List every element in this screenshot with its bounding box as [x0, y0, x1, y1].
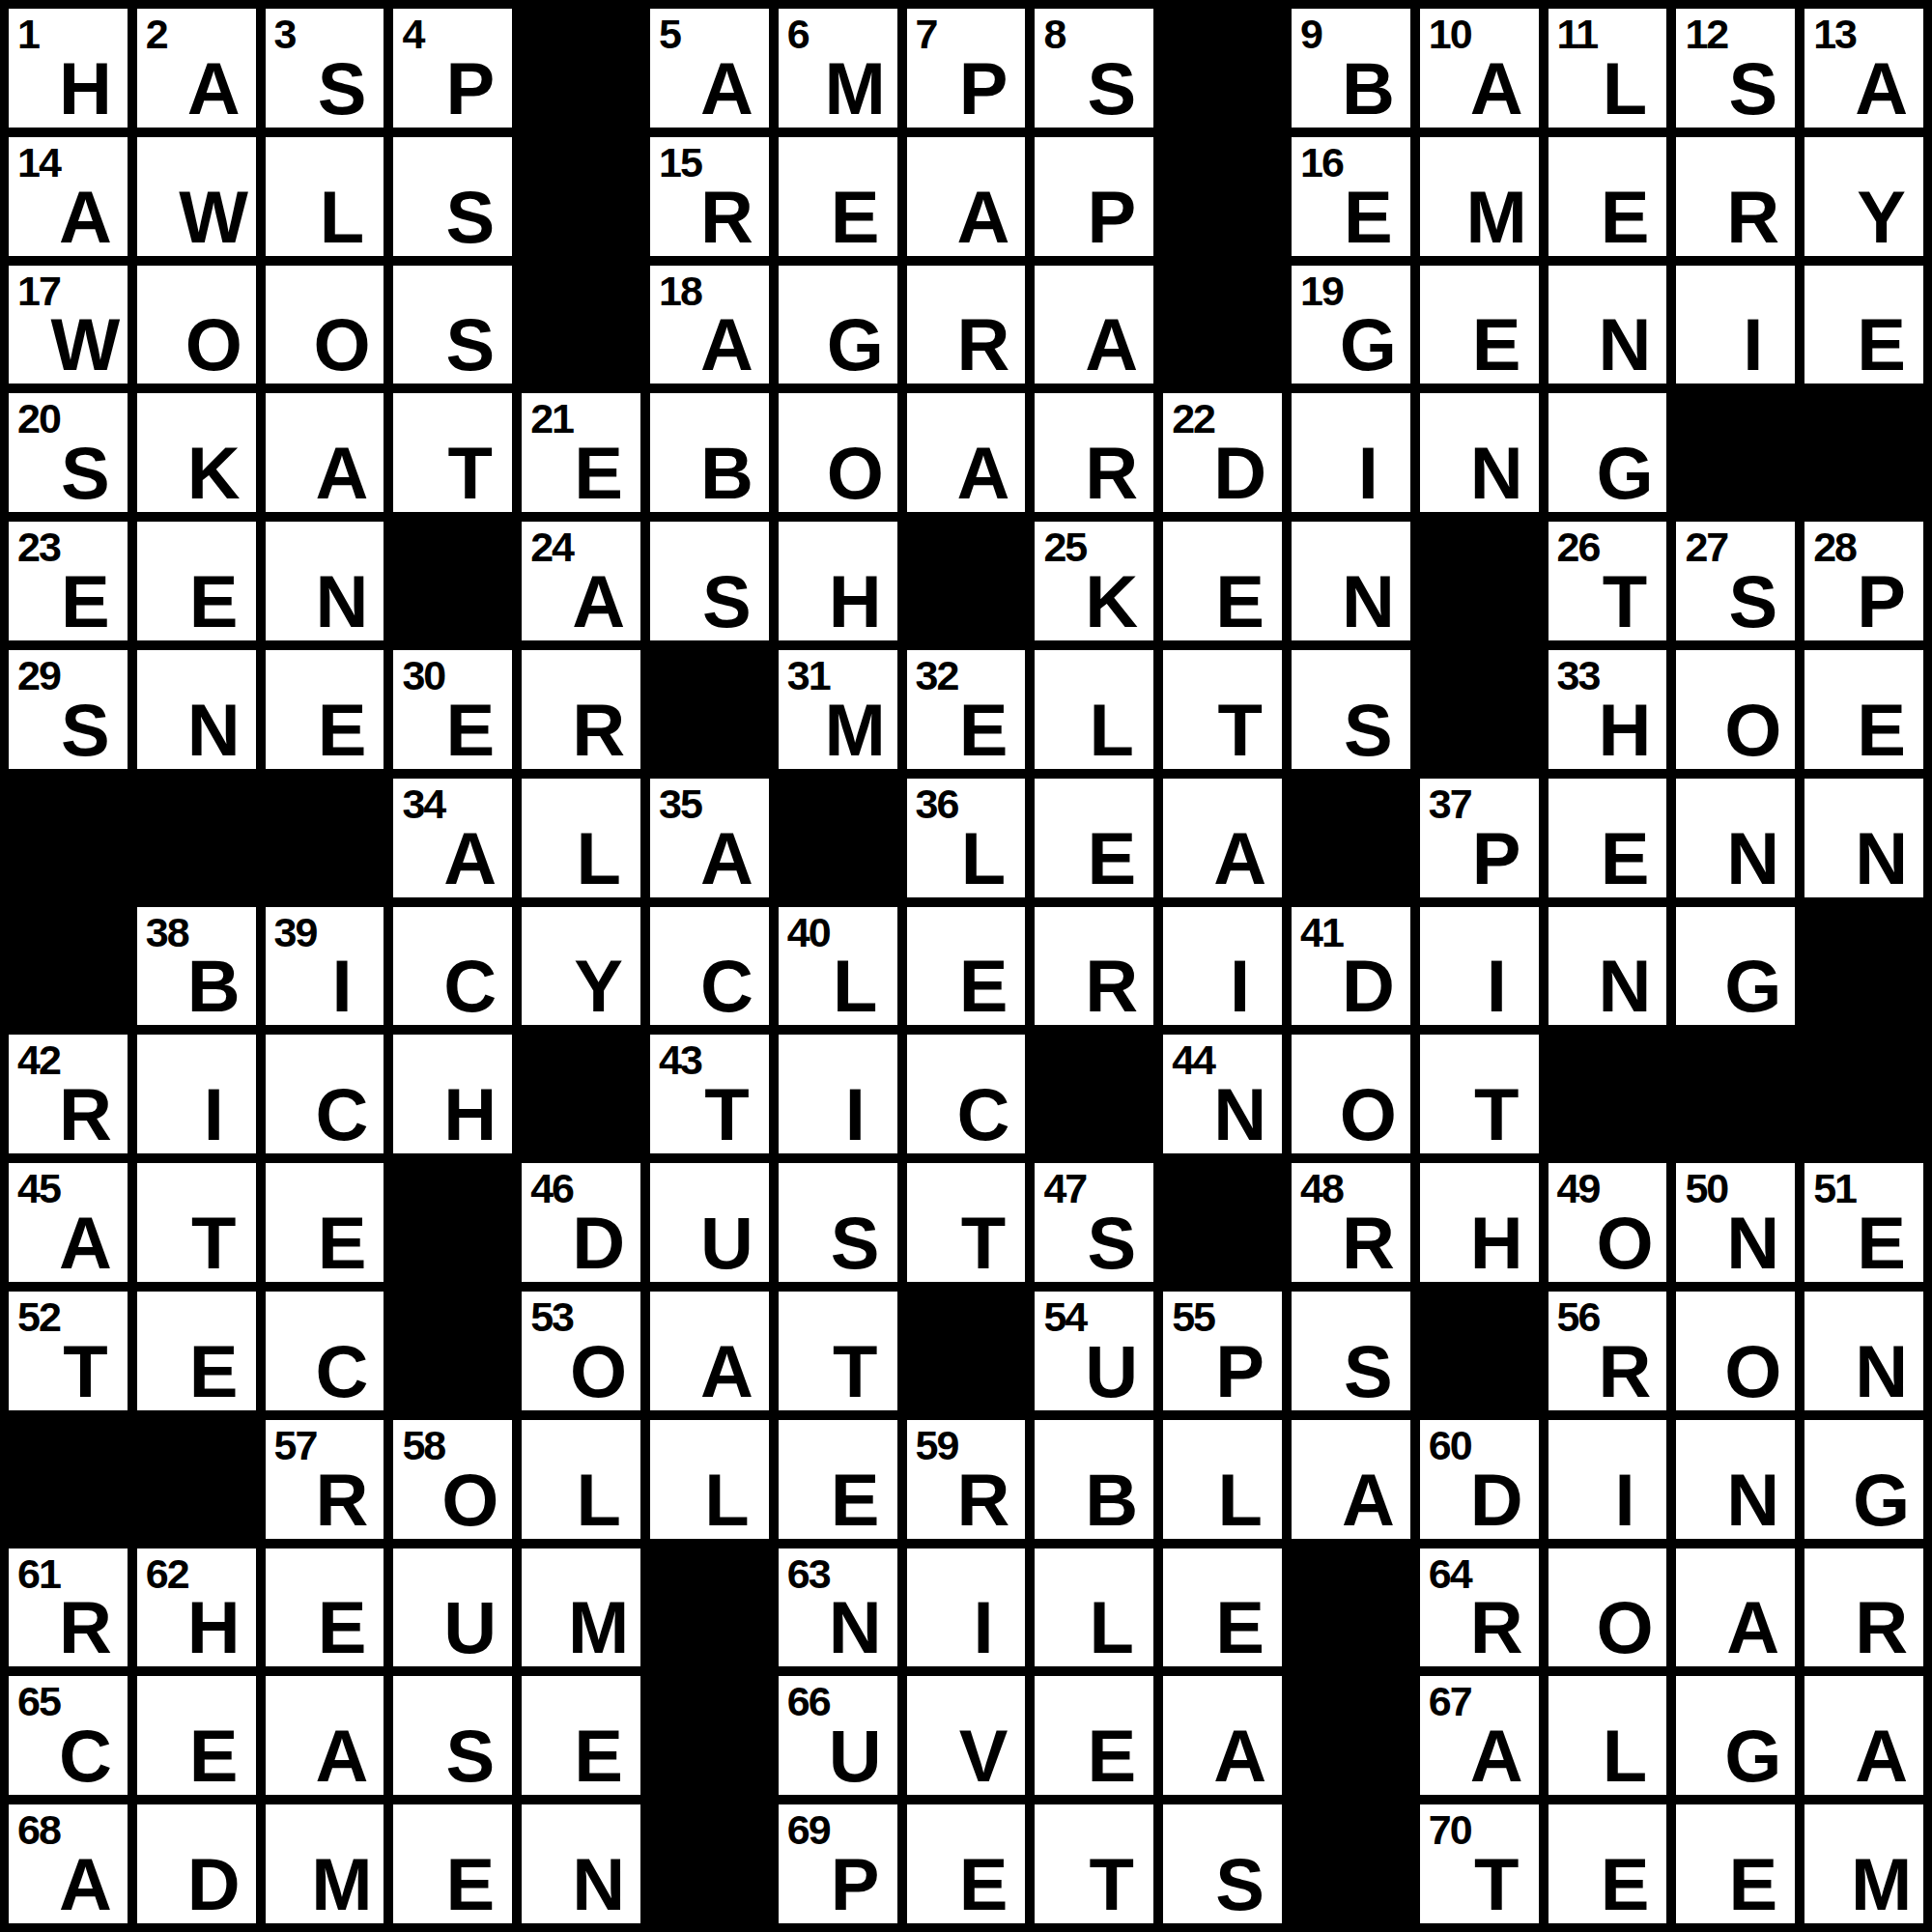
black-cell-r11c8 — [907, 1292, 1026, 1410]
cell-r12c5[interactable]: L — [522, 1420, 640, 1539]
cell-letter: A — [1457, 1719, 1537, 1793]
clue-number-24: 24 — [530, 526, 573, 568]
cell-r3c6[interactable]: 18A — [650, 266, 769, 384]
cell-letter: E — [174, 1719, 254, 1793]
clue-number-54: 54 — [1043, 1296, 1086, 1338]
cell-r13c10[interactable]: E — [1163, 1548, 1282, 1667]
cell-r7c4[interactable]: 34A — [393, 779, 512, 897]
cell-r6c15[interactable]: E — [1804, 650, 1923, 769]
clue-number-65: 65 — [17, 1681, 60, 1722]
cell-r4c7[interactable]: O — [779, 393, 897, 512]
clue-number-52: 52 — [17, 1296, 60, 1338]
cell-r2c2[interactable]: W — [137, 137, 256, 256]
cell-r15c13[interactable]: E — [1548, 1804, 1667, 1923]
cell-r10c3[interactable]: E — [266, 1163, 384, 1282]
clue-number-38: 38 — [146, 912, 188, 953]
cell-r6c11[interactable]: S — [1292, 650, 1410, 769]
cell-r15c9[interactable]: T — [1035, 1804, 1153, 1923]
cell-r8c3[interactable]: 39I — [266, 907, 384, 1026]
cell-r8c8[interactable]: E — [907, 907, 1026, 1026]
cell-letter: K — [1071, 565, 1151, 639]
cell-r3c8[interactable]: R — [907, 266, 1026, 384]
cell-r13c1[interactable]: 61R — [9, 1548, 128, 1667]
cell-r5c7[interactable]: H — [779, 522, 897, 640]
cell-letter: E — [944, 950, 1024, 1023]
cell-r4c12[interactable]: N — [1420, 393, 1539, 512]
cell-r13c13[interactable]: O — [1548, 1548, 1667, 1667]
cell-r8c4[interactable]: C — [393, 907, 512, 1026]
cell-r4c2[interactable]: K — [137, 393, 256, 512]
cell-r6c1[interactable]: 29S — [9, 650, 128, 769]
cell-r5c14[interactable]: 27S — [1676, 522, 1795, 640]
clue-number-10: 10 — [1429, 14, 1471, 55]
cell-r8c10[interactable]: I — [1163, 907, 1282, 1026]
cell-r10c9[interactable]: 47S — [1035, 1163, 1153, 1282]
cell-r8c6[interactable]: C — [650, 907, 769, 1026]
cell-letter: N — [1713, 1207, 1793, 1280]
cell-r11c15[interactable]: N — [1804, 1292, 1923, 1410]
cell-r12c15[interactable]: G — [1804, 1420, 1923, 1539]
cell-r9c6[interactable]: 43T — [650, 1035, 769, 1153]
cell-r7c8[interactable]: 36L — [907, 779, 1026, 897]
cell-r2c8[interactable]: A — [907, 137, 1026, 256]
cell-r14c12[interactable]: 67A — [1420, 1676, 1539, 1795]
cell-r2c4[interactable]: S — [393, 137, 512, 256]
cell-r14c7[interactable]: 66U — [779, 1676, 897, 1795]
cell-r1c3[interactable]: 3S — [266, 9, 384, 128]
cell-r12c6[interactable]: L — [650, 1420, 769, 1539]
clue-number-28: 28 — [1813, 526, 1856, 568]
cell-letter: E — [174, 1335, 254, 1408]
cell-letter: I — [1457, 950, 1537, 1023]
cell-r15c15[interactable]: M — [1804, 1804, 1923, 1923]
clue-number-49: 49 — [1557, 1168, 1600, 1209]
cell-r4c4[interactable]: T — [393, 393, 512, 512]
cell-letter: I — [1585, 1463, 1665, 1537]
cell-r13c7[interactable]: 63N — [779, 1548, 897, 1667]
cell-r3c3[interactable]: O — [266, 266, 384, 384]
cell-r12c3[interactable]: 57R — [266, 1420, 384, 1539]
cell-r15c8[interactable]: E — [907, 1804, 1026, 1923]
cell-letter: E — [430, 1848, 510, 1921]
cell-letter: O — [815, 437, 895, 510]
cell-r12c11[interactable]: A — [1292, 1420, 1410, 1539]
cell-r4c11[interactable]: I — [1292, 393, 1410, 512]
cell-r12c13[interactable]: I — [1548, 1420, 1667, 1539]
cell-r9c8[interactable]: C — [907, 1035, 1026, 1153]
cell-r11c5[interactable]: 53O — [522, 1292, 640, 1410]
cell-r14c13[interactable]: L — [1548, 1676, 1667, 1795]
cell-r2c13[interactable]: E — [1548, 137, 1667, 256]
cell-letter: E — [1841, 1207, 1921, 1280]
cell-r1c14[interactable]: 12S — [1676, 9, 1795, 128]
clue-number-66: 66 — [787, 1681, 830, 1722]
cell-r4c3[interactable]: A — [266, 393, 384, 512]
cell-r1c12[interactable]: 10A — [1420, 9, 1539, 128]
cell-r13c15[interactable]: R — [1804, 1548, 1923, 1667]
cell-r12c12[interactable]: 60D — [1420, 1420, 1539, 1539]
cell-r14c8[interactable]: V — [907, 1676, 1026, 1795]
cell-r4c9[interactable]: R — [1035, 393, 1153, 512]
cell-r12c7[interactable]: E — [779, 1420, 897, 1539]
cell-r3c7[interactable]: G — [779, 266, 897, 384]
cell-letter: N — [174, 694, 254, 767]
cell-letter: E — [1200, 1591, 1280, 1664]
cell-r9c3[interactable]: C — [266, 1035, 384, 1153]
cell-letter: L — [302, 181, 383, 254]
cell-r10c14[interactable]: 50N — [1676, 1163, 1795, 1282]
cell-r14c9[interactable]: E — [1035, 1676, 1153, 1795]
clue-number-37: 37 — [1429, 783, 1471, 825]
cell-r13c3[interactable]: E — [266, 1548, 384, 1667]
cell-letter: S — [1071, 52, 1151, 126]
clue-number-43: 43 — [659, 1039, 701, 1081]
clue-number-13: 13 — [1813, 14, 1856, 55]
cell-r8c11[interactable]: 41D — [1292, 907, 1410, 1026]
cell-r1c13[interactable]: 11L — [1548, 9, 1667, 128]
cell-r5c13[interactable]: 26T — [1548, 522, 1667, 640]
cell-r13c5[interactable]: M — [522, 1548, 640, 1667]
cell-letter: T — [45, 1335, 126, 1408]
cell-letter: Y — [558, 950, 639, 1023]
cell-r3c4[interactable]: S — [393, 266, 512, 384]
cell-r10c15[interactable]: 51E — [1804, 1163, 1923, 1282]
cell-r15c12[interactable]: 70T — [1420, 1804, 1539, 1923]
cell-r8c9[interactable]: R — [1035, 907, 1153, 1026]
cell-r9c12[interactable]: T — [1420, 1035, 1539, 1153]
cell-letter: A — [302, 437, 383, 510]
cell-r8c13[interactable]: N — [1548, 907, 1667, 1026]
cell-letter: D — [1328, 950, 1408, 1023]
cell-letter: R — [1457, 1591, 1537, 1664]
cell-r6c3[interactable]: E — [266, 650, 384, 769]
cell-r11c9[interactable]: 54U — [1035, 1292, 1153, 1410]
cell-r4c5[interactable]: 21E — [522, 393, 640, 512]
cell-letter: R — [944, 1463, 1024, 1537]
cell-r9c2[interactable]: I — [137, 1035, 256, 1153]
cell-r2c12[interactable]: M — [1420, 137, 1539, 256]
cell-r1c1[interactable]: 1H — [9, 9, 128, 128]
cell-letter: P — [1841, 565, 1921, 639]
cell-r3c14[interactable]: I — [1676, 266, 1795, 384]
cell-r4c6[interactable]: B — [650, 393, 769, 512]
cell-r1c9[interactable]: 8S — [1035, 9, 1153, 128]
cell-letter: H — [1457, 1207, 1537, 1280]
cell-r1c7[interactable]: 6M — [779, 9, 897, 128]
cell-letter: S — [687, 565, 767, 639]
cell-r13c8[interactable]: I — [907, 1548, 1026, 1667]
cell-r13c2[interactable]: 62H — [137, 1548, 256, 1667]
cell-r12c4[interactable]: 58O — [393, 1420, 512, 1539]
cell-r10c7[interactable]: S — [779, 1163, 897, 1282]
cell-letter: N — [1328, 565, 1408, 639]
cell-r11c14[interactable]: O — [1676, 1292, 1795, 1410]
cell-letter: T — [430, 437, 510, 510]
cell-r10c6[interactable]: U — [650, 1163, 769, 1282]
cell-letter: E — [1071, 822, 1151, 895]
cell-r8c7[interactable]: 40L — [779, 907, 897, 1026]
black-cell-r13c6 — [650, 1548, 769, 1667]
cell-letter: N — [1585, 950, 1665, 1023]
cell-r3c9[interactable]: A — [1035, 266, 1153, 384]
cell-r10c13[interactable]: 49O — [1548, 1163, 1667, 1282]
cell-r5c9[interactable]: 25K — [1035, 522, 1153, 640]
cell-letter: A — [1071, 308, 1151, 382]
cell-r12c8[interactable]: 59R — [907, 1420, 1026, 1539]
cell-letter: H — [45, 52, 126, 126]
cell-letter: I — [815, 1078, 895, 1151]
cell-letter: C — [302, 1335, 383, 1408]
cell-r15c14[interactable]: E — [1676, 1804, 1795, 1923]
cell-r11c10[interactable]: 55P — [1163, 1292, 1282, 1410]
cell-r15c5[interactable]: N — [522, 1804, 640, 1923]
cell-letter: G — [1713, 950, 1793, 1023]
cell-r14c14[interactable]: G — [1676, 1676, 1795, 1795]
cell-letter: C — [944, 1078, 1024, 1151]
cell-r7c12[interactable]: 37P — [1420, 779, 1539, 897]
black-cell-r3c5 — [522, 266, 640, 384]
cell-r14c5[interactable]: E — [522, 1676, 640, 1795]
cell-r10c12[interactable]: H — [1420, 1163, 1539, 1282]
cell-r2c7[interactable]: E — [779, 137, 897, 256]
black-cell-r10c10 — [1163, 1163, 1282, 1282]
cell-r11c1[interactable]: 52T — [9, 1292, 128, 1410]
cell-r3c13[interactable]: N — [1548, 266, 1667, 384]
cell-r6c13[interactable]: 33H — [1548, 650, 1667, 769]
clue-number-32: 32 — [916, 655, 958, 696]
clue-number-16: 16 — [1300, 142, 1343, 184]
cell-r14c3[interactable]: A — [266, 1676, 384, 1795]
clue-number-31: 31 — [787, 655, 830, 696]
cell-letter: T — [174, 1207, 254, 1280]
cell-r1c11[interactable]: 9B — [1292, 9, 1410, 128]
cell-r5c2[interactable]: E — [137, 522, 256, 640]
cell-r14c10[interactable]: A — [1163, 1676, 1282, 1795]
cell-letter: A — [944, 437, 1024, 510]
black-cell-r15c11 — [1292, 1804, 1410, 1923]
cell-letter: A — [1841, 1719, 1921, 1793]
cell-r2c3[interactable]: L — [266, 137, 384, 256]
cell-r9c11[interactable]: O — [1292, 1035, 1410, 1153]
cell-r8c14[interactable]: G — [1676, 907, 1795, 1026]
cell-r9c7[interactable]: I — [779, 1035, 897, 1153]
black-cell-r11c12 — [1420, 1292, 1539, 1410]
cell-r11c7[interactable]: T — [779, 1292, 897, 1410]
cell-letter: T — [944, 1207, 1024, 1280]
cell-r15c10[interactable]: S — [1163, 1804, 1282, 1923]
black-cell-r14c11 — [1292, 1676, 1410, 1795]
cell-r6c4[interactable]: 30E — [393, 650, 512, 769]
cell-r1c15[interactable]: 13A — [1804, 9, 1923, 128]
cell-r11c2[interactable]: E — [137, 1292, 256, 1410]
cell-r6c5[interactable]: R — [522, 650, 640, 769]
clue-number-56: 56 — [1557, 1296, 1600, 1338]
clue-number-15: 15 — [659, 142, 701, 184]
cell-r13c12[interactable]: 64R — [1420, 1548, 1539, 1667]
cell-letter: A — [45, 181, 126, 254]
cell-r1c6[interactable]: 5A — [650, 9, 769, 128]
cell-r14c2[interactable]: E — [137, 1676, 256, 1795]
cell-r1c8[interactable]: 7P — [907, 9, 1026, 128]
black-cell-r2c5 — [522, 137, 640, 256]
cell-r5c3[interactable]: N — [266, 522, 384, 640]
black-cell-r4c15 — [1804, 393, 1923, 512]
cell-letter: H — [430, 1078, 510, 1151]
cell-r11c6[interactable]: A — [650, 1292, 769, 1410]
cell-letter: M — [1841, 1848, 1921, 1921]
cell-letter: H — [1585, 694, 1665, 767]
cell-r7c6[interactable]: 35A — [650, 779, 769, 897]
clue-number-18: 18 — [659, 270, 701, 312]
cell-letter: D — [1457, 1463, 1537, 1537]
cell-letter: L — [1585, 52, 1665, 126]
cell-letter: E — [1071, 1719, 1151, 1793]
cell-r2c1[interactable]: 14A — [9, 137, 128, 256]
cell-r10c11[interactable]: 48R — [1292, 1163, 1410, 1282]
clue-number-1: 1 — [17, 14, 39, 55]
cell-r8c12[interactable]: I — [1420, 907, 1539, 1026]
cell-r6c7[interactable]: 31M — [779, 650, 897, 769]
cell-r7c14[interactable]: N — [1676, 779, 1795, 897]
cell-r10c8[interactable]: T — [907, 1163, 1026, 1282]
cell-r9c4[interactable]: H — [393, 1035, 512, 1153]
clue-number-47: 47 — [1043, 1168, 1086, 1209]
cell-r3c12[interactable]: E — [1420, 266, 1539, 384]
cell-letter: P — [1457, 822, 1537, 895]
cell-r1c2[interactable]: 2A — [137, 9, 256, 128]
cell-r10c1[interactable]: 45A — [9, 1163, 128, 1282]
cell-letter: M — [815, 52, 895, 126]
cell-r2c15[interactable]: Y — [1804, 137, 1923, 256]
cell-r7c13[interactable]: E — [1548, 779, 1667, 897]
cell-r12c10[interactable]: L — [1163, 1420, 1282, 1539]
cell-r15c4[interactable]: E — [393, 1804, 512, 1923]
cell-letter: G — [1713, 1719, 1793, 1793]
cell-r5c5[interactable]: 24A — [522, 522, 640, 640]
cell-letter: N — [1585, 308, 1665, 382]
cell-r14c15[interactable]: A — [1804, 1676, 1923, 1795]
cell-r8c2[interactable]: 38B — [137, 907, 256, 1026]
cell-letter: O — [1713, 694, 1793, 767]
cell-letter: A — [687, 1335, 767, 1408]
cell-r6c10[interactable]: T — [1163, 650, 1282, 769]
cell-r6c8[interactable]: 32E — [907, 650, 1026, 769]
cell-letter: S — [430, 181, 510, 254]
black-cell-r8c15 — [1804, 907, 1923, 1026]
black-cell-r10c4 — [393, 1163, 512, 1282]
cell-r4c10[interactable]: 22D — [1163, 393, 1282, 512]
cell-r15c3[interactable]: M — [266, 1804, 384, 1923]
clue-number-25: 25 — [1043, 526, 1086, 568]
cell-r4c1[interactable]: 20S — [9, 393, 128, 512]
cell-r3c1[interactable]: 17W — [9, 266, 128, 384]
cell-r2c11[interactable]: 16E — [1292, 137, 1410, 256]
black-cell-r2c10 — [1163, 137, 1282, 256]
clue-number-61: 61 — [17, 1553, 60, 1595]
cell-r2c9[interactable]: P — [1035, 137, 1153, 256]
cell-r5c6[interactable]: S — [650, 522, 769, 640]
cell-r7c5[interactable]: L — [522, 779, 640, 897]
cell-r11c3[interactable]: C — [266, 1292, 384, 1410]
cell-letter: T — [1585, 565, 1665, 639]
cell-r10c5[interactable]: 46D — [522, 1163, 640, 1282]
cell-r5c11[interactable]: N — [1292, 522, 1410, 640]
cell-r7c9[interactable]: E — [1035, 779, 1153, 897]
clue-number-5: 5 — [659, 14, 680, 55]
cell-r4c13[interactable]: G — [1548, 393, 1667, 512]
cell-r3c15[interactable]: E — [1804, 266, 1923, 384]
black-cell-r4c14 — [1676, 393, 1795, 512]
black-cell-r11c4 — [393, 1292, 512, 1410]
cell-letter: R — [302, 1463, 383, 1537]
cell-r7c10[interactable]: A — [1163, 779, 1282, 897]
cell-letter: D — [174, 1848, 254, 1921]
cell-r6c9[interactable]: L — [1035, 650, 1153, 769]
clue-number-69: 69 — [787, 1809, 830, 1851]
cell-r3c2[interactable]: O — [137, 266, 256, 384]
cell-r13c4[interactable]: U — [393, 1548, 512, 1667]
cell-letter: L — [558, 822, 639, 895]
clue-number-42: 42 — [17, 1039, 60, 1081]
cell-letter: U — [1071, 1335, 1151, 1408]
cell-r9c1[interactable]: 42R — [9, 1035, 128, 1153]
cell-letter: B — [174, 950, 254, 1023]
cell-letter: N — [1713, 822, 1793, 895]
clue-number-46: 46 — [530, 1168, 573, 1209]
cell-r14c4[interactable]: S — [393, 1676, 512, 1795]
cell-r14c1[interactable]: 65C — [9, 1676, 128, 1795]
cell-letter: M — [1457, 181, 1537, 254]
cell-r5c10[interactable]: E — [1163, 522, 1282, 640]
cell-letter: G — [815, 308, 895, 382]
cell-r7c15[interactable]: N — [1804, 779, 1923, 897]
clue-number-27: 27 — [1685, 526, 1727, 568]
clue-number-51: 51 — [1813, 1168, 1856, 1209]
cell-r1c4[interactable]: 4P — [393, 9, 512, 128]
cell-r12c9[interactable]: B — [1035, 1420, 1153, 1539]
clue-number-3: 3 — [274, 14, 296, 55]
cell-r13c9[interactable]: L — [1035, 1548, 1153, 1667]
cell-r6c14[interactable]: O — [1676, 650, 1795, 769]
cell-r11c11[interactable]: S — [1292, 1292, 1410, 1410]
cell-r13c14[interactable]: A — [1676, 1548, 1795, 1667]
cell-letter: A — [1200, 822, 1280, 895]
cell-r9c10[interactable]: 44N — [1163, 1035, 1282, 1153]
cell-letter: R — [45, 1078, 126, 1151]
cell-r10c2[interactable]: T — [137, 1163, 256, 1282]
cell-r3c11[interactable]: 19G — [1292, 266, 1410, 384]
cell-r12c14[interactable]: N — [1676, 1420, 1795, 1539]
cell-r5c15[interactable]: 28P — [1804, 522, 1923, 640]
cell-r11c13[interactable]: 56R — [1548, 1292, 1667, 1410]
cell-letter: R — [1585, 1335, 1665, 1408]
clue-number-14: 14 — [17, 142, 60, 184]
cell-letter: N — [815, 1591, 895, 1664]
cell-r15c7[interactable]: 69P — [779, 1804, 897, 1923]
cell-r5c1[interactable]: 23E — [9, 522, 128, 640]
clue-number-7: 7 — [916, 14, 937, 55]
cell-r6c2[interactable]: N — [137, 650, 256, 769]
cell-r4c8[interactable]: A — [907, 393, 1026, 512]
cell-r2c14[interactable]: R — [1676, 137, 1795, 256]
cell-r15c2[interactable]: D — [137, 1804, 256, 1923]
cell-letter: I — [1713, 308, 1793, 382]
cell-r15c1[interactable]: 68A — [9, 1804, 128, 1923]
cell-r2c6[interactable]: 15R — [650, 137, 769, 256]
cell-letter: N — [1457, 437, 1537, 510]
cell-letter: G — [1585, 437, 1665, 510]
cell-r8c5[interactable]: Y — [522, 907, 640, 1026]
